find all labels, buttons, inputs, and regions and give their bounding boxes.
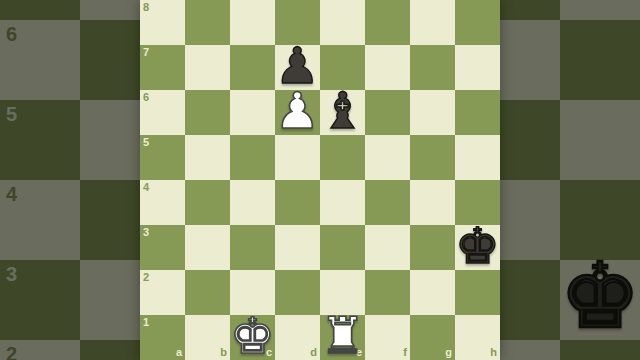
square-e5[interactable] xyxy=(320,135,365,180)
square-g4[interactable] xyxy=(410,180,455,225)
square-h5[interactable] xyxy=(455,135,500,180)
square-a8[interactable]: 8 xyxy=(140,0,185,45)
square-b5[interactable] xyxy=(185,135,230,180)
square-c4[interactable] xyxy=(230,180,275,225)
white-pawn-icon[interactable]: ♟ xyxy=(275,86,320,136)
file-label-h: h xyxy=(490,347,497,358)
black-king-icon[interactable]: ♚ xyxy=(455,221,500,271)
square-h1[interactable]: h xyxy=(455,315,500,360)
square-g2[interactable] xyxy=(410,270,455,315)
square-f1[interactable]: f xyxy=(365,315,410,360)
square-f8[interactable] xyxy=(365,0,410,45)
square-f3[interactable] xyxy=(365,225,410,270)
file-label-f: f xyxy=(403,347,407,358)
square-g1[interactable]: g xyxy=(410,315,455,360)
square-b6[interactable] xyxy=(185,90,230,135)
square-a3[interactable]: 3 xyxy=(140,225,185,270)
rank-label-7: 7 xyxy=(143,47,149,58)
square-b1[interactable]: b xyxy=(185,315,230,360)
square-e6[interactable]: ♝ xyxy=(320,90,365,135)
square-d3[interactable] xyxy=(275,225,320,270)
square-d5[interactable] xyxy=(275,135,320,180)
square-d4[interactable] xyxy=(275,180,320,225)
rank-label-4: 4 xyxy=(143,182,149,193)
rank-label-8: 8 xyxy=(143,2,149,13)
file-label-a: a xyxy=(176,347,182,358)
square-a2[interactable]: 2 xyxy=(140,270,185,315)
black-bishop-icon[interactable]: ♝ xyxy=(320,86,365,136)
square-h2[interactable] xyxy=(455,270,500,315)
square-c8[interactable] xyxy=(230,0,275,45)
square-g3[interactable] xyxy=(410,225,455,270)
file-label-g: g xyxy=(445,347,452,358)
square-a1[interactable]: 1a xyxy=(140,315,185,360)
rank-label-2: 2 xyxy=(143,272,149,283)
square-f6[interactable] xyxy=(365,90,410,135)
square-b7[interactable] xyxy=(185,45,230,90)
square-e3[interactable] xyxy=(320,225,365,270)
file-label-b: b xyxy=(220,347,227,358)
square-h6[interactable] xyxy=(455,90,500,135)
square-f5[interactable] xyxy=(365,135,410,180)
square-e4[interactable] xyxy=(320,180,365,225)
square-d1[interactable]: d xyxy=(275,315,320,360)
square-c6[interactable] xyxy=(230,90,275,135)
square-c5[interactable] xyxy=(230,135,275,180)
square-h7[interactable] xyxy=(455,45,500,90)
square-b4[interactable] xyxy=(185,180,230,225)
square-g5[interactable] xyxy=(410,135,455,180)
square-d6[interactable]: ♟ xyxy=(275,90,320,135)
square-h8[interactable] xyxy=(455,0,500,45)
white-rook-icon[interactable]: ♜ xyxy=(320,311,365,360)
square-h3[interactable]: ♚ xyxy=(455,225,500,270)
square-c7[interactable] xyxy=(230,45,275,90)
square-c1[interactable]: c♚ xyxy=(230,315,275,360)
square-a6[interactable]: 6 xyxy=(140,90,185,135)
white-king-icon[interactable]: ♚ xyxy=(230,311,275,360)
square-g7[interactable] xyxy=(410,45,455,90)
square-f7[interactable] xyxy=(365,45,410,90)
square-b2[interactable] xyxy=(185,270,230,315)
square-e1[interactable]: e♜ xyxy=(320,315,365,360)
square-e8[interactable] xyxy=(320,0,365,45)
rank-label-1: 1 xyxy=(143,317,149,328)
square-f4[interactable] xyxy=(365,180,410,225)
square-g6[interactable] xyxy=(410,90,455,135)
square-a4[interactable]: 4 xyxy=(140,180,185,225)
file-label-d: d xyxy=(310,347,317,358)
square-b8[interactable] xyxy=(185,0,230,45)
video-frame: 87♟6♟♝543♚21abc♚de♜fgh 87♟6♟♝543♚21abc♚d… xyxy=(0,0,640,360)
square-a7[interactable]: 7 xyxy=(140,45,185,90)
square-a5[interactable]: 5 xyxy=(140,135,185,180)
chess-board: 87♟6♟♝543♚21abc♚de♜fgh xyxy=(140,0,500,360)
square-c3[interactable] xyxy=(230,225,275,270)
square-f2[interactable] xyxy=(365,270,410,315)
rank-label-6: 6 xyxy=(143,92,149,103)
rank-label-5: 5 xyxy=(143,137,149,148)
rank-label-3: 3 xyxy=(143,227,149,238)
square-g8[interactable] xyxy=(410,0,455,45)
square-b3[interactable] xyxy=(185,225,230,270)
square-d2[interactable] xyxy=(275,270,320,315)
